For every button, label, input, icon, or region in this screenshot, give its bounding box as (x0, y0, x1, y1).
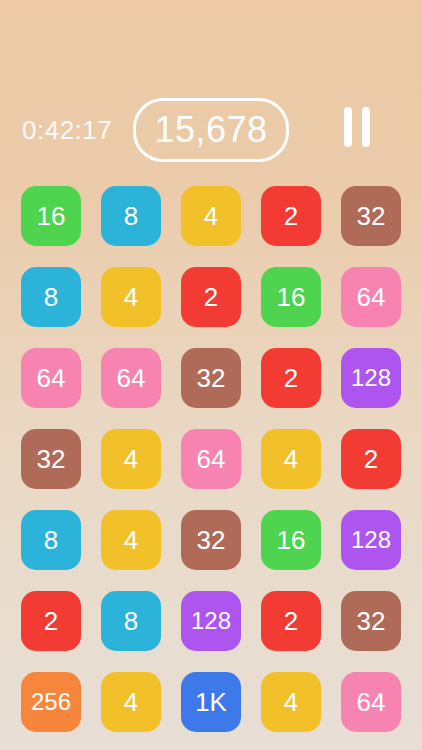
tile-r5c2-4[interactable]: 4 (101, 510, 161, 570)
tile-r4c4-4[interactable]: 4 (261, 429, 321, 489)
tile-grid: 1684232842166464643221283246442843216128… (0, 186, 422, 732)
tile-r4c2-4[interactable]: 4 (101, 429, 161, 489)
pause-icon (344, 107, 352, 147)
tile-r5c1-8[interactable]: 8 (21, 510, 81, 570)
tile-r6c1-2[interactable]: 2 (21, 591, 81, 651)
tile-r7c5-64[interactable]: 64 (341, 672, 401, 732)
tile-r5c5-128[interactable]: 128 (341, 510, 401, 570)
tile-r1c5-32[interactable]: 32 (341, 186, 401, 246)
game-screen: 0:42:17 15,678 1684232842166464643221283… (0, 0, 422, 750)
tile-r5c3-32[interactable]: 32 (181, 510, 241, 570)
tile-r3c2-64[interactable]: 64 (101, 348, 161, 408)
tile-r7c1-256[interactable]: 256 (21, 672, 81, 732)
pause-button[interactable] (344, 105, 370, 149)
tile-r1c2-8[interactable]: 8 (101, 186, 161, 246)
tile-r6c2-8[interactable]: 8 (101, 591, 161, 651)
tile-r4c3-64[interactable]: 64 (181, 429, 241, 489)
tile-r3c1-64[interactable]: 64 (21, 348, 81, 408)
tile-r6c4-2[interactable]: 2 (261, 591, 321, 651)
tile-r1c4-2[interactable]: 2 (261, 186, 321, 246)
tile-r2c4-16[interactable]: 16 (261, 267, 321, 327)
tile-r3c3-32[interactable]: 32 (181, 348, 241, 408)
tile-r5c4-16[interactable]: 16 (261, 510, 321, 570)
tile-r2c5-64[interactable]: 64 (341, 267, 401, 327)
tile-r3c4-2[interactable]: 2 (261, 348, 321, 408)
tile-r3c5-128[interactable]: 128 (341, 348, 401, 408)
header: 0:42:17 15,678 (0, 0, 422, 162)
tile-r6c5-32[interactable]: 32 (341, 591, 401, 651)
tile-r7c2-4[interactable]: 4 (101, 672, 161, 732)
pause-icon (362, 107, 370, 147)
tile-r2c3-2[interactable]: 2 (181, 267, 241, 327)
tile-r4c5-2[interactable]: 2 (341, 429, 401, 489)
tile-r7c3-1K[interactable]: 1K (181, 672, 241, 732)
tile-r2c1-8[interactable]: 8 (21, 267, 81, 327)
tile-r1c3-4[interactable]: 4 (181, 186, 241, 246)
score-badge: 15,678 (133, 98, 289, 162)
timer: 0:42:17 (22, 98, 112, 162)
tile-r1c1-16[interactable]: 16 (21, 186, 81, 246)
tile-r7c4-4[interactable]: 4 (261, 672, 321, 732)
tile-r6c3-128[interactable]: 128 (181, 591, 241, 651)
tile-r4c1-32[interactable]: 32 (21, 429, 81, 489)
tile-r2c2-4[interactable]: 4 (101, 267, 161, 327)
